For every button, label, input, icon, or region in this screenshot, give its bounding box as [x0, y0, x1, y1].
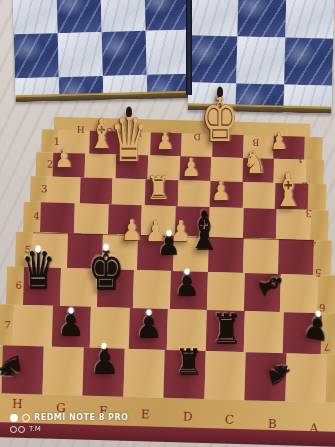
white-knight-b3: ♞	[243, 147, 267, 178]
square-b4	[242, 208, 277, 239]
dark-finial	[217, 87, 223, 98]
square-h4	[40, 202, 75, 233]
photo-scene: HGFEDCBAHGFEDCBA12345671234567 REDMI NOT…	[0, 0, 335, 447]
square-b7	[244, 311, 284, 353]
file-label-top-h: H	[77, 124, 85, 133]
specular-highlight	[315, 311, 321, 318]
black-pawn-g7: ♟	[58, 306, 84, 341]
square-g8	[42, 346, 84, 395]
rank-label-right-5: 5	[315, 267, 322, 277]
white-rook-e3: ♜	[147, 172, 171, 204]
specular-highlight	[102, 343, 107, 349]
specular-highlight	[166, 230, 171, 236]
square-c8	[204, 351, 246, 400]
lens-ring-icon	[18, 426, 25, 433]
black-pawn-a7: ♟	[301, 307, 332, 347]
white-king-c1: ♚	[201, 88, 239, 151]
rank-label-left-4: 4	[33, 211, 40, 221]
black-pawn-d6: ♟	[175, 268, 199, 300]
file-label-bottom-d: D	[183, 410, 193, 422]
lens-ring-icon	[10, 426, 17, 433]
specular-highlight	[184, 269, 189, 275]
watermark-subtext: T.M	[29, 425, 41, 433]
file-label-bottom-h: H	[12, 398, 23, 410]
black-rook-c7: ♜	[211, 308, 241, 349]
white-queen-f2: ♛	[110, 108, 148, 171]
square-h3	[47, 177, 80, 204]
square-g4	[74, 203, 109, 234]
rank-label-right-4: 4	[310, 238, 317, 248]
black-rook-d8: ♜	[175, 345, 203, 379]
specular-highlight	[36, 245, 41, 252]
file-label-bottom-b: B	[268, 418, 277, 430]
board-border	[305, 160, 324, 184]
board-border	[325, 354, 335, 402]
camera-ring-icon	[22, 414, 30, 422]
board-border	[308, 184, 327, 210]
specular-highlight	[103, 243, 108, 250]
square-e6	[133, 270, 171, 309]
rank-label-left-3: 3	[41, 184, 48, 194]
black-pawn-f8: ♟	[91, 342, 119, 379]
black-pawn-e5: ♟	[158, 229, 180, 259]
black-knight-h8-fallen: ♞	[0, 351, 25, 385]
square-f3	[112, 178, 145, 205]
watermark-text: REDMI NOTE 8 PRO	[34, 413, 128, 422]
square-h7	[13, 305, 53, 347]
black-king-g6: ♚	[88, 241, 124, 297]
board-border	[304, 137, 323, 160]
camera-watermark: REDMI NOTE 8 PRO T.M	[10, 413, 128, 433]
white-pawn-d3: ♟	[182, 156, 201, 181]
square-e8	[123, 349, 165, 398]
rank-label-right-3: 3	[306, 208, 313, 218]
specular-highlight	[68, 308, 73, 314]
square-g3	[79, 177, 112, 204]
board-border	[310, 210, 329, 240]
white-pawn-h2: ♟	[55, 147, 74, 172]
black-pawn-e7: ♟	[136, 308, 162, 343]
file-label-bottom-e: E	[141, 408, 150, 420]
file-label-bottom-a: A	[309, 422, 318, 434]
rank-label-left-2: 2	[47, 160, 54, 170]
white-pawn-f4: ♟	[121, 216, 143, 245]
square-b3	[243, 182, 276, 209]
black-queen-h6: ♛	[21, 243, 55, 296]
white-pawn-e1: ♟	[156, 129, 174, 153]
file-label-bottom-c: C	[225, 414, 235, 426]
white-pawn-a1: ♟	[271, 130, 288, 153]
black-bishop-d5: ♝	[188, 205, 220, 257]
file-label-top-d: D	[194, 132, 201, 141]
camera-dot-icon	[10, 414, 18, 422]
white-bishop-g1: ♝	[89, 114, 115, 155]
dark-finial	[126, 107, 132, 118]
white-bishop-a4: ♝	[274, 167, 304, 213]
rank-label-left-7: 7	[4, 320, 11, 330]
specular-highlight	[146, 310, 151, 316]
